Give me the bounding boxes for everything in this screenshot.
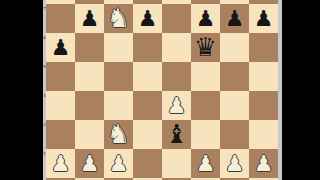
square-h4[interactable] <box>249 91 278 120</box>
square-e2[interactable] <box>162 149 191 178</box>
square-c3[interactable]: ♞ <box>104 120 133 149</box>
white-rook-a1: ♜ <box>46 178 75 180</box>
board-frame-right <box>278 0 282 180</box>
square-f5[interactable] <box>191 62 220 91</box>
square-e4[interactable]: ♟ <box>162 91 191 120</box>
white-pawn-g2: ♟ <box>220 149 249 178</box>
rank-label-5: 5 <box>43 64 46 69</box>
square-d1[interactable]: ♛ <box>133 178 162 180</box>
square-a7[interactable] <box>46 4 75 33</box>
square-g7[interactable]: ♟ <box>220 4 249 33</box>
square-b4[interactable] <box>75 91 104 120</box>
white-rook-h1: ♜ <box>249 178 278 180</box>
rank-label-6: 6 <box>43 35 46 40</box>
black-bishop-e3: ♝ <box>162 120 191 149</box>
square-a3[interactable] <box>46 120 75 149</box>
square-b3[interactable] <box>75 120 104 149</box>
square-h5[interactable] <box>249 62 278 91</box>
square-a1[interactable]: ♜ <box>46 178 75 180</box>
square-e6[interactable] <box>162 33 191 62</box>
square-a4[interactable] <box>46 91 75 120</box>
rank-label-2: 2 <box>43 151 46 156</box>
letterbox-right <box>282 0 320 180</box>
black-pawn-g7: ♟ <box>220 4 249 33</box>
black-pawn-f7: ♟ <box>191 4 220 33</box>
square-f3[interactable] <box>191 120 220 149</box>
square-a5[interactable] <box>46 62 75 91</box>
square-b7[interactable]: ♟ <box>75 4 104 33</box>
square-e7[interactable] <box>162 4 191 33</box>
black-pawn-h7: ♟ <box>249 4 278 33</box>
square-f1[interactable]: ♝ <box>191 178 220 180</box>
square-c6[interactable] <box>104 33 133 62</box>
square-h2[interactable]: ♟ <box>249 149 278 178</box>
white-knight-c7: ♞ <box>104 4 133 33</box>
square-f4[interactable] <box>191 91 220 120</box>
square-d3[interactable] <box>133 120 162 149</box>
black-pawn-a6: ♟ <box>46 33 75 62</box>
square-g3[interactable] <box>220 120 249 149</box>
square-e3[interactable]: ♝ <box>162 120 191 149</box>
square-f7[interactable]: ♟ <box>191 4 220 33</box>
square-h7[interactable]: ♟ <box>249 4 278 33</box>
square-e5[interactable] <box>162 62 191 91</box>
white-queen-d1: ♛ <box>133 178 162 180</box>
square-c7[interactable]: ♞ <box>104 4 133 33</box>
square-b2[interactable]: ♟ <box>75 149 104 178</box>
square-b6[interactable] <box>75 33 104 62</box>
video-frame: 87654321 ♜♞♝♚♞♜♟♞♟♟♟♟♟♛♟♞♝♟♟♟♟♟♟♜♛♚♝♜ <box>0 0 320 180</box>
square-f6[interactable]: ♛ <box>191 33 220 62</box>
square-c4[interactable] <box>104 91 133 120</box>
white-pawn-h2: ♟ <box>249 149 278 178</box>
square-c2[interactable]: ♟ <box>104 149 133 178</box>
square-d4[interactable] <box>133 91 162 120</box>
square-a2[interactable]: ♟ <box>46 149 75 178</box>
square-h6[interactable] <box>249 33 278 62</box>
square-d2[interactable] <box>133 149 162 178</box>
square-f2[interactable]: ♟ <box>191 149 220 178</box>
chess-board: ♜♞♝♚♞♜♟♞♟♟♟♟♟♛♟♞♝♟♟♟♟♟♟♜♛♚♝♜ <box>46 0 278 180</box>
square-h3[interactable] <box>249 120 278 149</box>
black-queen-f6: ♛ <box>191 33 220 62</box>
rank-label-3: 3 <box>43 122 46 127</box>
square-b5[interactable] <box>75 62 104 91</box>
square-g5[interactable] <box>220 62 249 91</box>
square-g6[interactable] <box>220 33 249 62</box>
black-pawn-b7: ♟ <box>75 4 104 33</box>
board-frame-left: 87654321 <box>43 0 46 180</box>
rank-label-4: 4 <box>43 93 46 98</box>
square-c5[interactable] <box>104 62 133 91</box>
square-a6[interactable]: ♟ <box>46 33 75 62</box>
square-g1[interactable] <box>220 178 249 180</box>
rank-label-7: 7 <box>43 6 46 11</box>
white-pawn-a2: ♟ <box>46 149 75 178</box>
letterbox-left <box>0 0 43 180</box>
black-pawn-d7: ♟ <box>133 4 162 33</box>
white-pawn-c2: ♟ <box>104 149 133 178</box>
white-bishop-f1: ♝ <box>191 178 220 180</box>
square-e1[interactable]: ♚ <box>162 178 191 180</box>
square-h1[interactable]: ♜ <box>249 178 278 180</box>
white-pawn-f2: ♟ <box>191 149 220 178</box>
square-d5[interactable] <box>133 62 162 91</box>
white-pawn-b2: ♟ <box>75 149 104 178</box>
square-c1[interactable] <box>104 178 133 180</box>
white-king-e1: ♚ <box>162 178 191 180</box>
square-b1[interactable] <box>75 178 104 180</box>
square-d6[interactable] <box>133 33 162 62</box>
square-d7[interactable]: ♟ <box>133 4 162 33</box>
square-g4[interactable] <box>220 91 249 120</box>
white-knight-c3: ♞ <box>104 120 133 149</box>
white-pawn-e4: ♟ <box>162 91 191 120</box>
square-g2[interactable]: ♟ <box>220 149 249 178</box>
